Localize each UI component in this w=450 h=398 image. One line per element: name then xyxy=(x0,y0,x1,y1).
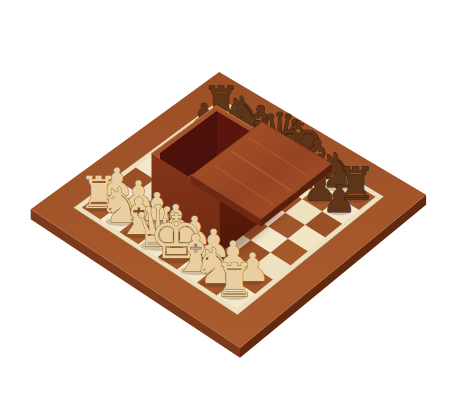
piece-white-rook-h1: ♜ xyxy=(214,254,255,307)
chess-set-photo: ♜♟♞♝♟♛♟♚♟♝♟♞♟♜♟♟♟♜♟♟♞♟♝♟♛♟♚♟♝♟♞♜ xyxy=(0,0,450,398)
chess-board-scene: ♜♟♞♝♟♛♟♚♟♝♟♞♟♜♟♟♟♜♟♟♞♟♝♟♛♟♚♟♝♟♞♜ xyxy=(0,0,450,398)
piece-black-pawn-h7: ♟ xyxy=(322,177,356,221)
